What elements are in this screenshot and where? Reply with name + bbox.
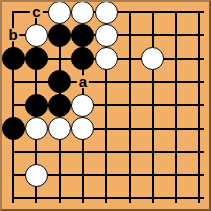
white-stone [71,117,94,140]
black-stone [25,47,48,70]
black-stone [25,94,48,117]
white-stone [25,24,48,47]
white-stone [95,47,118,70]
point-label-a: a [77,75,89,88]
white-stone [25,117,48,140]
go-board-diagram: cba [0,0,211,211]
white-stone [141,47,164,70]
grid-line-horizontal [12,197,204,199]
white-stone [95,24,118,47]
grid-line-vertical [198,11,200,203]
black-stone [48,94,71,117]
point-label-b: b [6,29,19,42]
black-stone [2,117,25,140]
white-stone [25,164,48,187]
black-stone [2,47,25,70]
white-stone [71,1,94,24]
white-stone [48,117,71,140]
black-stone [48,70,71,93]
black-stone [48,24,71,47]
black-stone [71,47,94,70]
white-stone [48,1,71,24]
point-label-c: c [30,5,42,18]
white-stone [71,94,94,117]
black-stone [71,24,94,47]
white-stone [95,1,118,24]
